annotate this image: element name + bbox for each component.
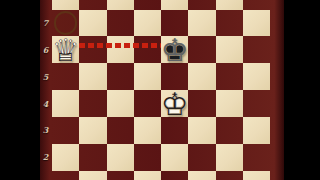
square-e2[interactable]: [161, 144, 188, 171]
square-g3[interactable]: [216, 117, 243, 144]
square-d7[interactable]: [134, 10, 161, 37]
square-d8[interactable]: [134, 0, 161, 10]
square-h8[interactable]: [243, 0, 270, 10]
square-h6[interactable]: [243, 36, 270, 63]
square-h4[interactable]: [243, 90, 270, 117]
square-h2[interactable]: [243, 144, 270, 171]
chess-diagram: 765432♛♕♚♔♚♔: [0, 0, 320, 180]
square-c2[interactable]: [107, 144, 134, 171]
square-b4[interactable]: [79, 90, 106, 117]
white-king-outline: ♔: [158, 88, 191, 121]
square-e1[interactable]: [161, 171, 188, 180]
square-e8[interactable]: [161, 0, 188, 10]
square-a8[interactable]: [52, 0, 79, 10]
square-c8[interactable]: [107, 0, 134, 10]
check-dashed-line: [79, 43, 161, 48]
square-a2[interactable]: [52, 144, 79, 171]
square-h7[interactable]: [243, 10, 270, 37]
square-c6[interactable]: [107, 36, 134, 63]
square-a3[interactable]: [52, 117, 79, 144]
square-g6[interactable]: [216, 36, 243, 63]
square-d3[interactable]: [134, 117, 161, 144]
square-b6[interactable]: [79, 36, 106, 63]
square-d2[interactable]: [134, 144, 161, 171]
circle-annotation: [54, 11, 78, 35]
square-h3[interactable]: [243, 117, 270, 144]
square-a4[interactable]: [52, 90, 79, 117]
square-b1[interactable]: [79, 171, 106, 180]
square-f5[interactable]: [188, 63, 215, 90]
white-king[interactable]: ♚♔: [158, 88, 191, 121]
white-queen[interactable]: ♛♕: [49, 34, 82, 67]
square-f2[interactable]: [188, 144, 215, 171]
square-g8[interactable]: [216, 0, 243, 10]
square-d5[interactable]: [134, 63, 161, 90]
square-g1[interactable]: [216, 171, 243, 180]
square-b3[interactable]: [79, 117, 106, 144]
square-f4[interactable]: [188, 90, 215, 117]
square-c3[interactable]: [107, 117, 134, 144]
square-a1[interactable]: [52, 171, 79, 180]
black-king[interactable]: ♚♔: [158, 34, 191, 67]
white-queen-outline: ♕: [49, 34, 82, 67]
square-f7[interactable]: [188, 10, 215, 37]
square-g5[interactable]: [216, 63, 243, 90]
square-g2[interactable]: [216, 144, 243, 171]
square-g7[interactable]: [216, 10, 243, 37]
square-d4[interactable]: [134, 90, 161, 117]
square-c4[interactable]: [107, 90, 134, 117]
square-f1[interactable]: [188, 171, 215, 180]
square-h5[interactable]: [243, 63, 270, 90]
square-b7[interactable]: [79, 10, 106, 37]
square-c5[interactable]: [107, 63, 134, 90]
square-d1[interactable]: [134, 171, 161, 180]
square-d6[interactable]: [134, 36, 161, 63]
square-f8[interactable]: [188, 0, 215, 10]
square-b5[interactable]: [79, 63, 106, 90]
square-c1[interactable]: [107, 171, 134, 180]
square-g4[interactable]: [216, 90, 243, 117]
square-f3[interactable]: [188, 117, 215, 144]
square-b2[interactable]: [79, 144, 106, 171]
square-f6[interactable]: [188, 36, 215, 63]
black-king-outline: ♔: [158, 34, 191, 67]
square-b8[interactable]: [79, 0, 106, 10]
square-h1[interactable]: [243, 171, 270, 180]
square-c7[interactable]: [107, 10, 134, 37]
